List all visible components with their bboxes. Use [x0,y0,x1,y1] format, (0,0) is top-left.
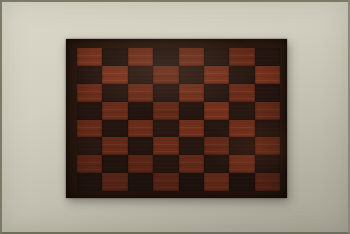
square-d7[interactable] [153,66,178,84]
square-g4[interactable] [229,120,254,138]
square-f8[interactable] [204,48,229,66]
square-b1[interactable] [102,173,127,191]
square-b4[interactable] [102,120,127,138]
square-e7[interactable] [179,66,204,84]
square-f7[interactable] [204,66,229,84]
square-h6[interactable] [255,84,280,102]
square-g8[interactable] [229,48,254,66]
square-c6[interactable] [128,84,153,102]
square-a8[interactable] [77,48,102,66]
square-d4[interactable] [153,120,178,138]
square-e8[interactable] [179,48,204,66]
square-d8[interactable] [153,48,178,66]
square-g1[interactable] [229,173,254,191]
square-h7[interactable] [255,66,280,84]
photo-background [0,0,350,234]
square-g7[interactable] [229,66,254,84]
square-b5[interactable] [102,102,127,120]
square-h8[interactable] [255,48,280,66]
square-f5[interactable] [204,102,229,120]
square-b7[interactable] [102,66,127,84]
square-a7[interactable] [77,66,102,84]
square-b2[interactable] [102,155,127,173]
square-e1[interactable] [179,173,204,191]
square-c4[interactable] [128,120,153,138]
square-a1[interactable] [77,173,102,191]
square-f3[interactable] [204,137,229,155]
square-e6[interactable] [179,84,204,102]
square-d3[interactable] [153,137,178,155]
square-a5[interactable] [77,102,102,120]
square-a3[interactable] [77,137,102,155]
square-e4[interactable] [179,120,204,138]
square-c2[interactable] [128,155,153,173]
square-e5[interactable] [179,102,204,120]
square-b8[interactable] [102,48,127,66]
square-c3[interactable] [128,137,153,155]
square-h1[interactable] [255,173,280,191]
square-g3[interactable] [229,137,254,155]
square-a4[interactable] [77,120,102,138]
square-h2[interactable] [255,155,280,173]
square-c8[interactable] [128,48,153,66]
square-c5[interactable] [128,102,153,120]
square-b6[interactable] [102,84,127,102]
square-d2[interactable] [153,155,178,173]
board-frame [66,39,287,198]
square-h3[interactable] [255,137,280,155]
square-d6[interactable] [153,84,178,102]
square-d5[interactable] [153,102,178,120]
square-a2[interactable] [77,155,102,173]
square-a6[interactable] [77,84,102,102]
square-e3[interactable] [179,137,204,155]
square-e2[interactable] [179,155,204,173]
board-grid [77,48,280,191]
square-g5[interactable] [229,102,254,120]
square-h5[interactable] [255,102,280,120]
square-c1[interactable] [128,173,153,191]
square-g6[interactable] [229,84,254,102]
square-f4[interactable] [204,120,229,138]
square-h4[interactable] [255,120,280,138]
square-b3[interactable] [102,137,127,155]
square-c7[interactable] [128,66,153,84]
square-f1[interactable] [204,173,229,191]
square-d1[interactable] [153,173,178,191]
square-g2[interactable] [229,155,254,173]
square-f2[interactable] [204,155,229,173]
square-f6[interactable] [204,84,229,102]
